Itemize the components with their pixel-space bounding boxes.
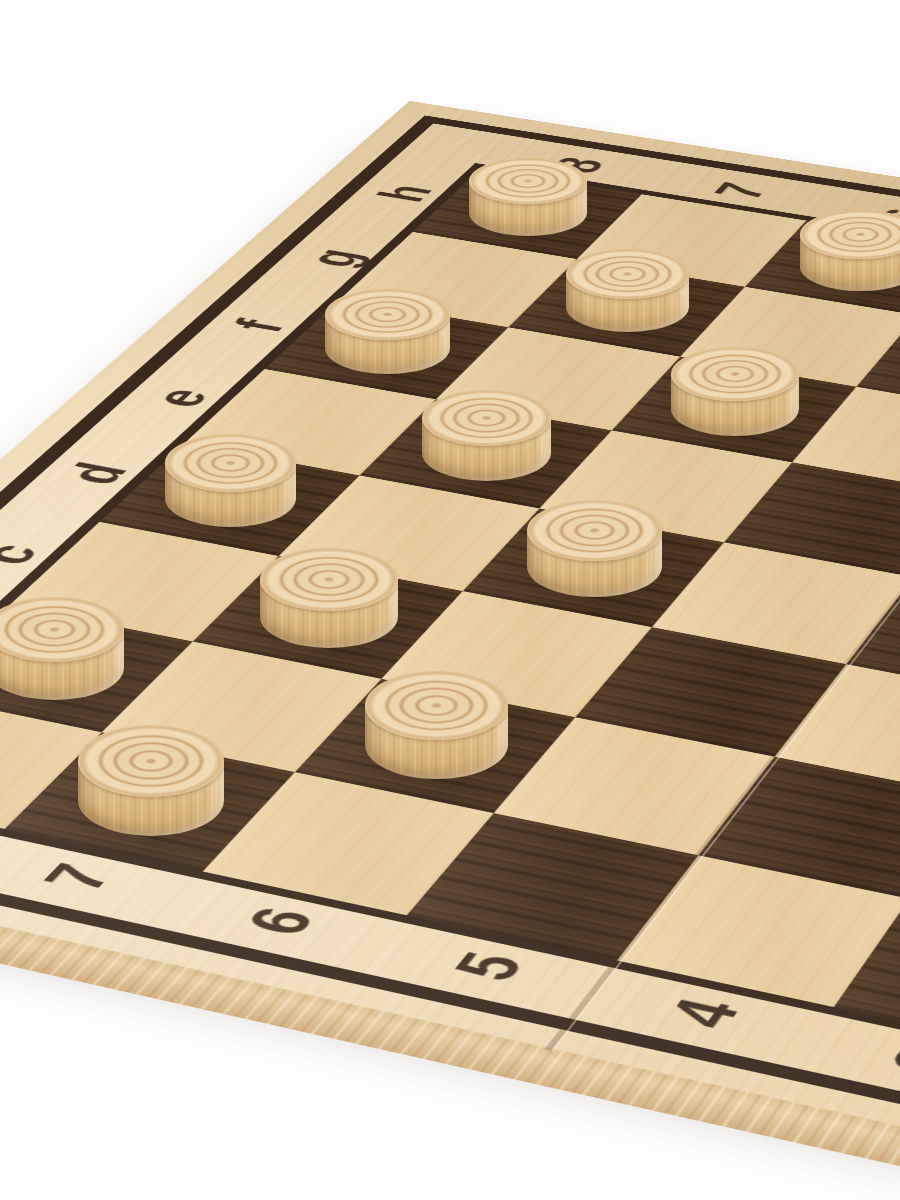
checker-piece-b6[interactable]	[365, 671, 508, 779]
playing-area	[0, 169, 900, 1156]
piece-top-face	[365, 671, 508, 740]
piece-top-face	[469, 158, 587, 205]
checker-piece-f8[interactable]	[325, 289, 449, 374]
piece-top-face	[527, 500, 662, 561]
checker-piece-h8[interactable]	[469, 158, 587, 236]
checker-piece-d8[interactable]	[165, 434, 296, 527]
piece-top-face	[325, 289, 449, 341]
piece-top-face	[566, 249, 689, 299]
piece-top-face	[260, 548, 397, 611]
checker-piece-h6[interactable]	[800, 210, 900, 291]
checker-piece-d6[interactable]	[527, 500, 662, 597]
checker-piece-e7[interactable]	[422, 390, 552, 481]
checker-piece-g7[interactable]	[566, 249, 689, 332]
checker-piece-a7[interactable]	[78, 725, 224, 836]
piece-top-face	[165, 434, 296, 492]
checkers-board: abcdefgh8877665544332211	[0, 101, 900, 1200]
checker-piece-f6[interactable]	[671, 347, 799, 436]
checker-piece-b8[interactable]	[0, 597, 124, 700]
photo-stage: abcdefgh8877665544332211	[0, 0, 900, 1200]
rank-label-left-3: 3	[792, 1007, 900, 1117]
piece-top-face	[422, 390, 552, 446]
piece-top-face	[78, 725, 224, 796]
piece-top-face	[671, 347, 799, 401]
checker-piece-c7[interactable]	[260, 548, 397, 648]
